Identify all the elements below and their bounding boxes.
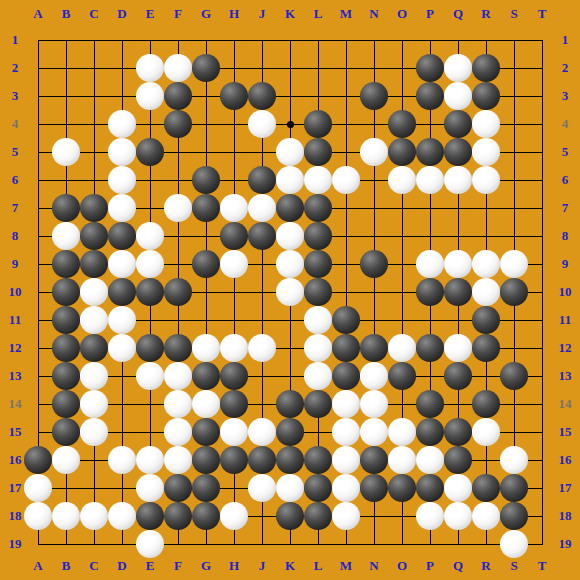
black-stone-K14	[276, 390, 304, 418]
white-stone-D5	[108, 138, 136, 166]
black-stone-D10	[108, 278, 136, 306]
black-stone-B9	[52, 250, 80, 278]
black-stone-K7	[276, 194, 304, 222]
black-stone-B14	[52, 390, 80, 418]
grid-line-horizontal	[38, 544, 543, 545]
black-stone-L16	[304, 446, 332, 474]
row-label-right-7: 7	[550, 200, 580, 216]
row-label-right-18: 18	[550, 508, 580, 524]
white-stone-C15	[80, 418, 108, 446]
black-stone-H16	[220, 446, 248, 474]
black-stone-S17	[500, 474, 528, 502]
white-stone-C13	[80, 362, 108, 390]
white-stone-L11	[304, 306, 332, 334]
white-stone-R9	[472, 250, 500, 278]
white-stone-N15	[360, 418, 388, 446]
white-stone-D16	[108, 446, 136, 474]
white-stone-H12	[220, 334, 248, 362]
white-stone-G12	[192, 334, 220, 362]
white-stone-F13	[164, 362, 192, 390]
black-stone-G15	[192, 418, 220, 446]
black-stone-N3	[360, 82, 388, 110]
white-stone-F14	[164, 390, 192, 418]
black-stone-L4	[304, 110, 332, 138]
black-stone-G7	[192, 194, 220, 222]
black-stone-N9	[360, 250, 388, 278]
white-stone-N13	[360, 362, 388, 390]
row-label-right-2: 2	[550, 60, 580, 76]
black-stone-P14	[416, 390, 444, 418]
black-stone-L18	[304, 502, 332, 530]
black-stone-H8	[220, 222, 248, 250]
white-stone-E17	[136, 474, 164, 502]
black-stone-G9	[192, 250, 220, 278]
col-label-top-G: G	[192, 6, 220, 22]
black-stone-R3	[472, 82, 500, 110]
black-stone-O17	[388, 474, 416, 502]
black-stone-J16	[248, 446, 276, 474]
black-stone-F12	[164, 334, 192, 362]
white-stone-M15	[332, 418, 360, 446]
star-point-K4	[287, 121, 294, 128]
black-stone-S13	[500, 362, 528, 390]
col-label-top-D: D	[108, 6, 136, 22]
white-stone-E8	[136, 222, 164, 250]
col-label-bottom-G: G	[192, 558, 220, 574]
white-stone-P18	[416, 502, 444, 530]
white-stone-S16	[500, 446, 528, 474]
white-stone-Q6	[444, 166, 472, 194]
grid-line-vertical	[542, 40, 543, 545]
black-stone-F18	[164, 502, 192, 530]
row-label-right-10: 10	[550, 284, 580, 300]
white-stone-D7	[108, 194, 136, 222]
row-label-right-4: 4	[550, 116, 580, 132]
white-stone-J7	[248, 194, 276, 222]
white-stone-R4	[472, 110, 500, 138]
row-label-right-6: 6	[550, 172, 580, 188]
black-stone-P12	[416, 334, 444, 362]
black-stone-L10	[304, 278, 332, 306]
white-stone-M18	[332, 502, 360, 530]
col-label-bottom-R: R	[472, 558, 500, 574]
white-stone-B16	[52, 446, 80, 474]
col-label-top-P: P	[416, 6, 444, 22]
row-label-right-8: 8	[550, 228, 580, 244]
go-board[interactable]: AABBCCDDEEFFGGHHJJKKLLMMNNOOPPQQRRSSTT11…	[0, 0, 580, 580]
row-label-right-12: 12	[550, 340, 580, 356]
white-stone-K9	[276, 250, 304, 278]
row-label-right-13: 13	[550, 368, 580, 384]
white-stone-G14	[192, 390, 220, 418]
col-label-top-S: S	[500, 6, 528, 22]
black-stone-G16	[192, 446, 220, 474]
white-stone-R6	[472, 166, 500, 194]
col-label-bottom-O: O	[388, 558, 416, 574]
white-stone-F2	[164, 54, 192, 82]
black-stone-R11	[472, 306, 500, 334]
col-label-bottom-E: E	[136, 558, 164, 574]
black-stone-G2	[192, 54, 220, 82]
white-stone-D6	[108, 166, 136, 194]
black-stone-E5	[136, 138, 164, 166]
white-stone-D18	[108, 502, 136, 530]
col-label-top-O: O	[388, 6, 416, 22]
col-label-bottom-F: F	[164, 558, 192, 574]
black-stone-B7	[52, 194, 80, 222]
white-stone-K17	[276, 474, 304, 502]
col-label-top-E: E	[136, 6, 164, 22]
white-stone-B8	[52, 222, 80, 250]
row-label-left-6: 6	[0, 172, 30, 188]
black-stone-R2	[472, 54, 500, 82]
white-stone-R18	[472, 502, 500, 530]
row-label-right-15: 15	[550, 424, 580, 440]
black-stone-C12	[80, 334, 108, 362]
col-label-bottom-H: H	[220, 558, 248, 574]
black-stone-L5	[304, 138, 332, 166]
white-stone-N14	[360, 390, 388, 418]
white-stone-E19	[136, 530, 164, 558]
black-stone-E10	[136, 278, 164, 306]
white-stone-Q18	[444, 502, 472, 530]
black-stone-R12	[472, 334, 500, 362]
white-stone-C14	[80, 390, 108, 418]
white-stone-R15	[472, 418, 500, 446]
white-stone-K8	[276, 222, 304, 250]
white-stone-M14	[332, 390, 360, 418]
col-label-bottom-L: L	[304, 558, 332, 574]
black-stone-B13	[52, 362, 80, 390]
black-stone-M13	[332, 362, 360, 390]
col-label-top-T: T	[528, 6, 556, 22]
white-stone-R10	[472, 278, 500, 306]
col-label-bottom-N: N	[360, 558, 388, 574]
white-stone-F15	[164, 418, 192, 446]
black-stone-G18	[192, 502, 220, 530]
white-stone-Q3	[444, 82, 472, 110]
black-stone-O13	[388, 362, 416, 390]
white-stone-P9	[416, 250, 444, 278]
white-stone-Q17	[444, 474, 472, 502]
black-stone-N16	[360, 446, 388, 474]
black-stone-C9	[80, 250, 108, 278]
col-label-bottom-Q: Q	[444, 558, 472, 574]
white-stone-O16	[388, 446, 416, 474]
black-stone-G6	[192, 166, 220, 194]
white-stone-Q9	[444, 250, 472, 278]
black-stone-L7	[304, 194, 332, 222]
white-stone-H15	[220, 418, 248, 446]
black-stone-L8	[304, 222, 332, 250]
black-stone-M12	[332, 334, 360, 362]
black-stone-R14	[472, 390, 500, 418]
white-stone-H7	[220, 194, 248, 222]
row-label-left-9: 9	[0, 256, 30, 272]
black-stone-P17	[416, 474, 444, 502]
black-stone-B11	[52, 306, 80, 334]
white-stone-L13	[304, 362, 332, 390]
black-stone-R17	[472, 474, 500, 502]
col-label-top-A: A	[24, 6, 52, 22]
white-stone-M16	[332, 446, 360, 474]
col-label-bottom-S: S	[500, 558, 528, 574]
black-stone-Q13	[444, 362, 472, 390]
white-stone-F16	[164, 446, 192, 474]
col-label-bottom-C: C	[80, 558, 108, 574]
black-stone-K18	[276, 502, 304, 530]
row-label-right-19: 19	[550, 536, 580, 552]
white-stone-H9	[220, 250, 248, 278]
black-stone-B15	[52, 418, 80, 446]
black-stone-Q16	[444, 446, 472, 474]
white-stone-F7	[164, 194, 192, 222]
white-stone-D9	[108, 250, 136, 278]
white-stone-L12	[304, 334, 332, 362]
black-stone-B12	[52, 334, 80, 362]
black-stone-P5	[416, 138, 444, 166]
col-label-bottom-K: K	[276, 558, 304, 574]
black-stone-P3	[416, 82, 444, 110]
black-stone-J3	[248, 82, 276, 110]
col-label-bottom-J: J	[248, 558, 276, 574]
black-stone-F17	[164, 474, 192, 502]
white-stone-K10	[276, 278, 304, 306]
white-stone-O15	[388, 418, 416, 446]
white-stone-Q2	[444, 54, 472, 82]
white-stone-J4	[248, 110, 276, 138]
black-stone-D8	[108, 222, 136, 250]
row-label-right-9: 9	[550, 256, 580, 272]
black-stone-B10	[52, 278, 80, 306]
col-label-top-M: M	[332, 6, 360, 22]
white-stone-J12	[248, 334, 276, 362]
black-stone-N17	[360, 474, 388, 502]
white-stone-E16	[136, 446, 164, 474]
black-stone-H13	[220, 362, 248, 390]
black-stone-F10	[164, 278, 192, 306]
col-label-bottom-A: A	[24, 558, 52, 574]
col-label-top-L: L	[304, 6, 332, 22]
row-label-left-5: 5	[0, 144, 30, 160]
white-stone-J17	[248, 474, 276, 502]
black-stone-N12	[360, 334, 388, 362]
black-stone-Q15	[444, 418, 472, 446]
col-label-top-J: J	[248, 6, 276, 22]
white-stone-B5	[52, 138, 80, 166]
white-stone-P16	[416, 446, 444, 474]
white-stone-C18	[80, 502, 108, 530]
black-stone-K16	[276, 446, 304, 474]
black-stone-L9	[304, 250, 332, 278]
black-stone-F4	[164, 110, 192, 138]
white-stone-N5	[360, 138, 388, 166]
black-stone-G17	[192, 474, 220, 502]
black-stone-M11	[332, 306, 360, 334]
black-stone-E18	[136, 502, 164, 530]
col-label-top-F: F	[164, 6, 192, 22]
col-label-top-R: R	[472, 6, 500, 22]
black-stone-Q4	[444, 110, 472, 138]
black-stone-E12	[136, 334, 164, 362]
black-stone-Q5	[444, 138, 472, 166]
black-stone-C8	[80, 222, 108, 250]
black-stone-C7	[80, 194, 108, 222]
black-stone-K15	[276, 418, 304, 446]
row-label-left-12: 12	[0, 340, 30, 356]
col-label-bottom-T: T	[528, 558, 556, 574]
white-stone-C10	[80, 278, 108, 306]
black-stone-J6	[248, 166, 276, 194]
black-stone-S18	[500, 502, 528, 530]
white-stone-E3	[136, 82, 164, 110]
row-label-left-8: 8	[0, 228, 30, 244]
row-label-left-13: 13	[0, 368, 30, 384]
col-label-bottom-P: P	[416, 558, 444, 574]
white-stone-D11	[108, 306, 136, 334]
row-label-right-1: 1	[550, 32, 580, 48]
col-label-top-N: N	[360, 6, 388, 22]
row-label-left-15: 15	[0, 424, 30, 440]
white-stone-R5	[472, 138, 500, 166]
white-stone-O6	[388, 166, 416, 194]
row-label-right-17: 17	[550, 480, 580, 496]
row-label-right-14: 14	[550, 396, 580, 412]
black-stone-H3	[220, 82, 248, 110]
white-stone-M17	[332, 474, 360, 502]
row-label-left-2: 2	[0, 60, 30, 76]
col-label-top-Q: Q	[444, 6, 472, 22]
row-label-right-3: 3	[550, 88, 580, 104]
black-stone-H14	[220, 390, 248, 418]
row-label-left-16: 16	[0, 452, 30, 468]
white-stone-C11	[80, 306, 108, 334]
row-label-left-3: 3	[0, 88, 30, 104]
white-stone-L6	[304, 166, 332, 194]
col-label-bottom-D: D	[108, 558, 136, 574]
white-stone-E9	[136, 250, 164, 278]
white-stone-O12	[388, 334, 416, 362]
white-stone-S19	[500, 530, 528, 558]
black-stone-Q10	[444, 278, 472, 306]
black-stone-O5	[388, 138, 416, 166]
white-stone-P6	[416, 166, 444, 194]
white-stone-K5	[276, 138, 304, 166]
row-label-right-16: 16	[550, 452, 580, 468]
white-stone-D12	[108, 334, 136, 362]
black-stone-O4	[388, 110, 416, 138]
black-stone-L17	[304, 474, 332, 502]
black-stone-F3	[164, 82, 192, 110]
row-label-left-4: 4	[0, 116, 30, 132]
white-stone-D4	[108, 110, 136, 138]
white-stone-B18	[52, 502, 80, 530]
row-label-left-10: 10	[0, 284, 30, 300]
white-stone-E13	[136, 362, 164, 390]
row-label-left-18: 18	[0, 508, 30, 524]
col-label-top-K: K	[276, 6, 304, 22]
row-label-left-1: 1	[0, 32, 30, 48]
row-label-right-11: 11	[550, 312, 580, 328]
black-stone-P2	[416, 54, 444, 82]
col-label-bottom-B: B	[52, 558, 80, 574]
white-stone-M6	[332, 166, 360, 194]
black-stone-J8	[248, 222, 276, 250]
black-stone-S10	[500, 278, 528, 306]
row-label-left-11: 11	[0, 312, 30, 328]
black-stone-G13	[192, 362, 220, 390]
black-stone-P15	[416, 418, 444, 446]
col-label-bottom-M: M	[332, 558, 360, 574]
white-stone-E2	[136, 54, 164, 82]
row-label-left-19: 19	[0, 536, 30, 552]
col-label-top-C: C	[80, 6, 108, 22]
col-label-top-H: H	[220, 6, 248, 22]
col-label-top-B: B	[52, 6, 80, 22]
row-label-left-17: 17	[0, 480, 30, 496]
white-stone-J15	[248, 418, 276, 446]
white-stone-S9	[500, 250, 528, 278]
white-stone-K6	[276, 166, 304, 194]
black-stone-L14	[304, 390, 332, 418]
black-stone-P10	[416, 278, 444, 306]
row-label-left-14: 14	[0, 396, 30, 412]
white-stone-H18	[220, 502, 248, 530]
row-label-left-7: 7	[0, 200, 30, 216]
white-stone-Q12	[444, 334, 472, 362]
row-label-right-5: 5	[550, 144, 580, 160]
